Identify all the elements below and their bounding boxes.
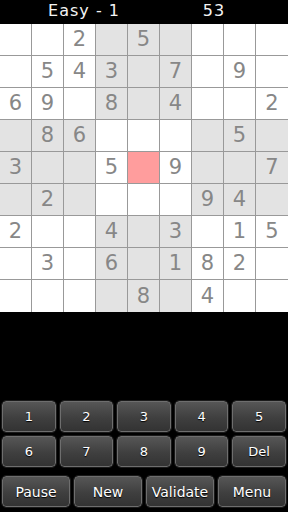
cell-r3c5[interactable] xyxy=(128,88,160,120)
cell-r6c9[interactable] xyxy=(256,184,288,216)
key-7-button[interactable]: 7 xyxy=(60,436,114,467)
cell-r1c8[interactable] xyxy=(224,24,256,56)
app-screen: Easy - 1 53 2554379698428653597294243153… xyxy=(0,0,288,512)
cell-r4c1[interactable] xyxy=(0,120,32,152)
cell-r1c9[interactable] xyxy=(256,24,288,56)
cell-r3c4[interactable]: 8 xyxy=(96,88,128,120)
cell-r3c7[interactable] xyxy=(192,88,224,120)
cell-r7c6[interactable]: 3 xyxy=(160,216,192,248)
cell-r9c5[interactable]: 8 xyxy=(128,280,160,312)
cell-r7c8[interactable]: 1 xyxy=(224,216,256,248)
cell-r8c9[interactable] xyxy=(256,248,288,280)
cell-r1c7[interactable] xyxy=(192,24,224,56)
digit-row-2: 6789Del xyxy=(2,436,286,467)
cell-r9c2[interactable] xyxy=(32,280,64,312)
cell-r2c4[interactable]: 3 xyxy=(96,56,128,88)
cell-r3c6[interactable]: 4 xyxy=(160,88,192,120)
cell-r5c5[interactable] xyxy=(128,152,160,184)
cell-r2c1[interactable] xyxy=(0,56,32,88)
cell-r8c3[interactable] xyxy=(64,248,96,280)
cell-r8c6[interactable]: 1 xyxy=(160,248,192,280)
cell-r2c5[interactable] xyxy=(128,56,160,88)
cell-r8c4[interactable]: 6 xyxy=(96,248,128,280)
cell-r1c4[interactable] xyxy=(96,24,128,56)
cell-r7c2[interactable] xyxy=(32,216,64,248)
cell-r6c6[interactable] xyxy=(160,184,192,216)
timer-value: 53 xyxy=(168,1,260,20)
key-2-button[interactable]: 2 xyxy=(60,401,114,432)
digit-row-1: 12345 xyxy=(2,401,286,432)
cell-r4c2[interactable]: 8 xyxy=(32,120,64,152)
cell-r5c3[interactable] xyxy=(64,152,96,184)
cell-r2c8[interactable]: 9 xyxy=(224,56,256,88)
cell-r9c1[interactable] xyxy=(0,280,32,312)
new-button[interactable]: New xyxy=(74,476,142,507)
cell-r6c2[interactable]: 2 xyxy=(32,184,64,216)
cell-r9c3[interactable] xyxy=(64,280,96,312)
cell-r9c9[interactable] xyxy=(256,280,288,312)
cell-r5c7[interactable] xyxy=(192,152,224,184)
cell-r8c7[interactable]: 8 xyxy=(192,248,224,280)
cell-r8c8[interactable]: 2 xyxy=(224,248,256,280)
cell-r7c4[interactable]: 4 xyxy=(96,216,128,248)
key-5-button[interactable]: 5 xyxy=(232,401,286,432)
key-6-button[interactable]: 6 xyxy=(2,436,56,467)
cell-r8c5[interactable] xyxy=(128,248,160,280)
keypad: 12345 6789Del PauseNewValidateMenu xyxy=(0,401,288,512)
cell-r4c9[interactable] xyxy=(256,120,288,152)
cell-r2c3[interactable]: 4 xyxy=(64,56,96,88)
blank-area xyxy=(0,312,288,401)
cell-r1c6[interactable] xyxy=(160,24,192,56)
validate-button[interactable]: Validate xyxy=(146,476,214,507)
cell-r6c1[interactable] xyxy=(0,184,32,216)
action-row: PauseNewValidateMenu xyxy=(2,476,286,507)
sudoku-board: 2554379698428653597294243153618284 xyxy=(0,24,288,312)
cell-r3c2[interactable]: 9 xyxy=(32,88,64,120)
cell-r1c1[interactable] xyxy=(0,24,32,56)
cell-r1c2[interactable] xyxy=(32,24,64,56)
key-9-button[interactable]: 9 xyxy=(175,436,229,467)
key-del-button[interactable]: Del xyxy=(232,436,286,467)
cell-r1c5[interactable]: 5 xyxy=(128,24,160,56)
cell-r7c1[interactable]: 2 xyxy=(0,216,32,248)
cell-r2c9[interactable] xyxy=(256,56,288,88)
top-bar: Easy - 1 53 xyxy=(0,0,288,24)
cell-r5c6[interactable]: 9 xyxy=(160,152,192,184)
cell-r6c7[interactable]: 9 xyxy=(192,184,224,216)
cell-r5c8[interactable] xyxy=(224,152,256,184)
cell-r5c4[interactable]: 5 xyxy=(96,152,128,184)
cell-r6c8[interactable]: 4 xyxy=(224,184,256,216)
pause-button[interactable]: Pause xyxy=(2,476,70,507)
cell-r4c3[interactable]: 6 xyxy=(64,120,96,152)
cell-r2c2[interactable]: 5 xyxy=(32,56,64,88)
cell-r7c9[interactable]: 5 xyxy=(256,216,288,248)
cell-r8c2[interactable]: 3 xyxy=(32,248,64,280)
cell-r4c6[interactable] xyxy=(160,120,192,152)
cell-r4c8[interactable]: 5 xyxy=(224,120,256,152)
cell-r7c3[interactable] xyxy=(64,216,96,248)
cell-r9c7[interactable]: 4 xyxy=(192,280,224,312)
cell-r4c5[interactable] xyxy=(128,120,160,152)
cell-r3c1[interactable]: 6 xyxy=(0,88,32,120)
key-4-button[interactable]: 4 xyxy=(175,401,229,432)
cell-r1c3[interactable]: 2 xyxy=(64,24,96,56)
cell-r5c2[interactable] xyxy=(32,152,64,184)
cell-r3c9[interactable]: 2 xyxy=(256,88,288,120)
cell-r6c4[interactable] xyxy=(96,184,128,216)
puzzle-title: Easy - 1 xyxy=(0,1,168,20)
cell-r8c1[interactable] xyxy=(0,248,32,280)
cell-r4c4[interactable] xyxy=(96,120,128,152)
cell-r9c8[interactable] xyxy=(224,280,256,312)
cell-r7c5[interactable] xyxy=(128,216,160,248)
key-3-button[interactable]: 3 xyxy=(117,401,171,432)
key-8-button[interactable]: 8 xyxy=(117,436,171,467)
cell-r9c6[interactable] xyxy=(160,280,192,312)
cell-r2c7[interactable] xyxy=(192,56,224,88)
cell-r5c9[interactable]: 7 xyxy=(256,152,288,184)
cell-r4c7[interactable] xyxy=(192,120,224,152)
cell-r6c3[interactable] xyxy=(64,184,96,216)
cell-r9c4[interactable] xyxy=(96,280,128,312)
menu-button[interactable]: Menu xyxy=(218,476,286,507)
cell-r2c6[interactable]: 7 xyxy=(160,56,192,88)
cell-r3c3[interactable] xyxy=(64,88,96,120)
cell-r5c1[interactable]: 3 xyxy=(0,152,32,184)
cell-r3c8[interactable] xyxy=(224,88,256,120)
cell-r6c5[interactable] xyxy=(128,184,160,216)
key-1-button[interactable]: 1 xyxy=(2,401,56,432)
cell-r7c7[interactable] xyxy=(192,216,224,248)
